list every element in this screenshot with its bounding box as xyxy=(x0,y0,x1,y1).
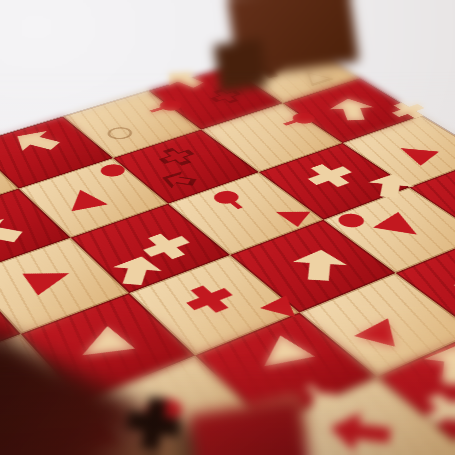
puzzle-piece-r5c2[interactable] xyxy=(270,377,455,455)
arrow-cutout xyxy=(156,66,212,92)
puzzle-piece-r4c3[interactable] xyxy=(299,273,455,377)
puzzle-piece-r2c0[interactable] xyxy=(0,274,20,379)
tri-engraving xyxy=(294,68,336,87)
puzzle-piece-r3c0[interactable] xyxy=(0,334,82,453)
arrow-cutout xyxy=(0,215,29,251)
arrow-cutout xyxy=(20,420,85,455)
tri-cutout xyxy=(20,261,79,296)
puzzle-piece-r3c2[interactable] xyxy=(129,255,299,355)
tri-cutout xyxy=(245,334,318,379)
arrow-cutout xyxy=(326,409,394,455)
arrow-cutout xyxy=(0,355,33,402)
cross-engraving-fill xyxy=(160,148,193,165)
arrow-cutout xyxy=(291,248,348,282)
cross-cutout xyxy=(181,431,247,455)
arrow-cutout xyxy=(5,126,68,156)
cross-cutout xyxy=(245,60,289,80)
arrow-engraving-fill xyxy=(164,173,193,188)
keyhole-cutout xyxy=(204,187,256,214)
puzzle-checkerboard xyxy=(0,44,455,455)
arrow-cutout xyxy=(421,341,455,389)
photo-scene xyxy=(0,0,455,455)
arrow-cutout xyxy=(107,254,166,286)
puzzle-piece-r4c0[interactable] xyxy=(0,402,152,455)
tri-cutout xyxy=(61,186,110,213)
keyhole-stem xyxy=(305,385,323,398)
cross-engraving xyxy=(204,86,247,106)
puzzle-piece-r5c3[interactable] xyxy=(377,333,455,451)
arrow-engraving xyxy=(157,169,200,191)
cross-cutout xyxy=(299,160,362,192)
tri-cutout xyxy=(371,211,432,244)
keyhole-cutout xyxy=(290,378,354,419)
puzzle-board-wrap xyxy=(0,44,455,455)
cross-cutout xyxy=(413,387,455,434)
arrow-cutout xyxy=(326,98,379,122)
puzzle-piece-r4c1[interactable] xyxy=(82,355,270,455)
circle-engraving xyxy=(103,125,136,141)
tri-cutout xyxy=(389,141,441,167)
cross-engraving-fill xyxy=(211,89,240,103)
cross-cutout xyxy=(177,280,241,318)
keyhole-stem xyxy=(229,200,243,209)
cross-cutout xyxy=(442,261,455,301)
circle-cutout xyxy=(137,393,189,427)
cross-engraving xyxy=(152,144,201,169)
tri-engraving-fill xyxy=(301,71,330,84)
puzzle-piece-r5c1[interactable] xyxy=(152,426,355,455)
tri-cutout xyxy=(258,294,310,325)
puzzle-piece-r4c2[interactable] xyxy=(195,312,377,425)
puzzle-piece-r3c1[interactable] xyxy=(20,293,195,402)
circle-cutout xyxy=(334,211,369,229)
keyhole-circle xyxy=(306,389,347,415)
tri-cutout xyxy=(67,325,138,369)
tri-cutout xyxy=(352,312,410,348)
cross-cutout xyxy=(135,229,199,265)
